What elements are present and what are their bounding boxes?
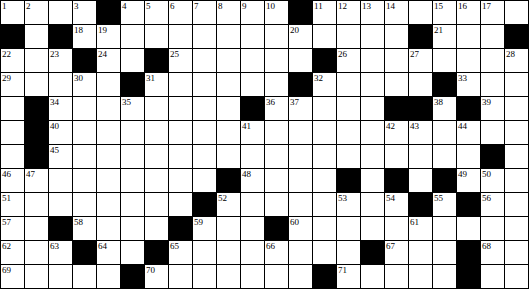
clue-number-13: 13 <box>362 1 371 11</box>
cell-r1c7[interactable]: 5 <box>145 1 169 25</box>
cell-r1c19[interactable]: 15 <box>433 1 457 25</box>
cell-r9c10[interactable]: 52 <box>217 193 241 217</box>
cell-r7c8[interactable] <box>169 145 193 169</box>
cell-r1c4[interactable]: 3 <box>73 1 97 25</box>
cell-r8c18[interactable] <box>409 169 433 193</box>
block-cell-r3c4 <box>73 49 97 73</box>
cell-r6c18[interactable]: 43 <box>409 121 433 145</box>
cell-r5c13[interactable]: 37 <box>289 97 313 121</box>
cell-r12c18[interactable] <box>409 265 433 289</box>
cell-r6c1[interactable] <box>1 121 25 145</box>
clue-number-46: 46 <box>2 169 11 179</box>
clue-number-54: 54 <box>386 193 395 203</box>
clue-number-21: 21 <box>434 25 443 35</box>
cell-r9c21[interactable]: 56 <box>481 193 505 217</box>
cell-r5c7[interactable] <box>145 97 169 121</box>
clue-number-26: 26 <box>338 49 347 59</box>
cell-r1c12[interactable]: 10 <box>265 1 289 25</box>
clue-number-25: 25 <box>170 49 179 59</box>
cell-r10c9[interactable]: 59 <box>193 217 217 241</box>
cell-r4c21[interactable] <box>481 73 505 97</box>
cell-r2c12[interactable] <box>265 25 289 49</box>
cell-r5c5[interactable] <box>97 97 121 121</box>
cell-r9c2[interactable] <box>25 193 49 217</box>
cell-r3c19[interactable] <box>433 49 457 73</box>
cell-r10c16[interactable] <box>361 217 385 241</box>
cell-r9c5[interactable] <box>97 193 121 217</box>
cell-r7c3[interactable]: 45 <box>49 145 73 169</box>
cell-r8c6[interactable] <box>121 169 145 193</box>
cell-r2c14[interactable] <box>313 25 337 49</box>
cell-r6c21[interactable] <box>481 121 505 145</box>
cell-r9c14[interactable] <box>313 193 337 217</box>
cell-r2c8[interactable] <box>169 25 193 49</box>
cell-r1c11[interactable]: 9 <box>241 1 265 25</box>
cell-r4c10[interactable] <box>217 73 241 97</box>
cell-r11c15[interactable] <box>337 241 361 265</box>
cell-r7c10[interactable] <box>217 145 241 169</box>
cell-r6c3[interactable]: 40 <box>49 121 73 145</box>
cell-r2c2[interactable] <box>25 25 49 49</box>
cell-r10c14[interactable] <box>313 217 337 241</box>
cell-r5c12[interactable]: 36 <box>265 97 289 121</box>
block-cell-r1c5 <box>97 1 121 25</box>
cell-r7c5[interactable] <box>97 145 121 169</box>
block-cell-r8c10 <box>217 169 241 193</box>
cell-r9c4[interactable] <box>73 193 97 217</box>
cell-r6c12[interactable] <box>265 121 289 145</box>
clue-number-6: 6 <box>170 1 175 11</box>
cell-r2c11[interactable] <box>241 25 265 49</box>
cell-r12c13[interactable] <box>289 265 313 289</box>
cell-r1c14[interactable]: 11 <box>313 1 337 25</box>
cell-r3c8[interactable]: 25 <box>169 49 193 73</box>
cell-r7c19[interactable] <box>433 145 457 169</box>
cell-r11c5[interactable]: 64 <box>97 241 121 265</box>
cell-r2c17[interactable] <box>385 25 409 49</box>
clue-number-52: 52 <box>218 193 227 203</box>
cell-r11c8[interactable]: 65 <box>169 241 193 265</box>
cell-r5c22[interactable] <box>505 97 529 121</box>
cell-r2c21[interactable] <box>481 25 505 49</box>
block-cell-r1c13 <box>289 1 313 25</box>
cell-r5c6[interactable]: 35 <box>121 97 145 121</box>
cell-r5c8[interactable] <box>169 97 193 121</box>
cell-r6c15[interactable] <box>337 121 361 145</box>
block-cell-r7c21 <box>481 145 505 169</box>
cell-r10c6[interactable] <box>121 217 145 241</box>
cell-r6c5[interactable] <box>97 121 121 145</box>
clue-number-20: 20 <box>290 25 299 35</box>
cell-r4c12[interactable] <box>265 73 289 97</box>
cell-r8c7[interactable] <box>145 169 169 193</box>
cell-r3c11[interactable] <box>241 49 265 73</box>
cell-r10c10[interactable] <box>217 217 241 241</box>
cell-r9c1[interactable]: 51 <box>1 193 25 217</box>
cell-r6c17[interactable]: 42 <box>385 121 409 145</box>
block-cell-r2c3 <box>49 25 73 49</box>
cell-r7c16[interactable] <box>361 145 385 169</box>
cell-r4c20[interactable]: 33 <box>457 73 481 97</box>
cell-r12c21[interactable] <box>481 265 505 289</box>
cell-r7c6[interactable] <box>121 145 145 169</box>
clue-number-10: 10 <box>266 1 275 11</box>
cell-r12c15[interactable]: 71 <box>337 265 361 289</box>
cell-r10c15[interactable] <box>337 217 361 241</box>
cell-r8c2[interactable]: 47 <box>25 169 49 193</box>
cell-r5c4[interactable] <box>73 97 97 121</box>
cell-r10c1[interactable]: 57 <box>1 217 25 241</box>
cell-r4c8[interactable] <box>169 73 193 97</box>
block-cell-r9c20 <box>457 193 481 217</box>
cell-r9c19[interactable]: 55 <box>433 193 457 217</box>
cell-r2c5[interactable]: 19 <box>97 25 121 49</box>
block-cell-r12c14 <box>313 265 337 289</box>
clue-number-16: 16 <box>458 1 467 11</box>
cell-r6c13[interactable] <box>289 121 313 145</box>
cell-r4c3[interactable] <box>49 73 73 97</box>
clue-number-2: 2 <box>26 1 31 11</box>
cell-r11c12[interactable]: 66 <box>265 241 289 265</box>
cell-r1c6[interactable]: 4 <box>121 1 145 25</box>
cell-r11c11[interactable] <box>241 241 265 265</box>
cell-r8c16[interactable] <box>361 169 385 193</box>
cell-r4c22[interactable] <box>505 73 529 97</box>
cell-r11c3[interactable]: 63 <box>49 241 73 265</box>
cell-r6c4[interactable] <box>73 121 97 145</box>
cell-r9c6[interactable] <box>121 193 145 217</box>
block-cell-r5c17 <box>385 97 409 121</box>
cell-r9c8[interactable] <box>169 193 193 217</box>
cell-r2c20[interactable] <box>457 25 481 49</box>
cell-r3c3[interactable]: 23 <box>49 49 73 73</box>
cell-r2c7[interactable] <box>145 25 169 49</box>
cell-r6c14[interactable] <box>313 121 337 145</box>
cell-r7c14[interactable] <box>313 145 337 169</box>
clue-number-7: 7 <box>194 1 199 11</box>
clue-number-48: 48 <box>242 169 251 179</box>
block-cell-r4c19 <box>433 73 457 97</box>
block-cell-r2c22 <box>505 25 529 49</box>
block-cell-r11c20 <box>457 241 481 265</box>
cell-r9c22[interactable] <box>505 193 529 217</box>
cell-r7c18[interactable] <box>409 145 433 169</box>
clue-number-31: 31 <box>146 73 155 83</box>
cell-r1c18[interactable] <box>409 1 433 25</box>
cell-r7c17[interactable] <box>385 145 409 169</box>
block-cell-r5c20 <box>457 97 481 121</box>
cell-r3c12[interactable] <box>265 49 289 73</box>
cell-r8c21[interactable]: 50 <box>481 169 505 193</box>
cell-r1c15[interactable]: 12 <box>337 1 361 25</box>
clue-number-47: 47 <box>26 169 35 179</box>
clue-number-30: 30 <box>74 73 83 83</box>
cell-r7c20[interactable] <box>457 145 481 169</box>
cell-r1c1[interactable]: 1 <box>1 1 25 25</box>
cell-r3c5[interactable]: 24 <box>97 49 121 73</box>
cell-r3c18[interactable]: 27 <box>409 49 433 73</box>
cell-r8c3[interactable] <box>49 169 73 193</box>
block-cell-r5c18 <box>409 97 433 121</box>
clue-number-8: 8 <box>218 1 223 11</box>
cell-r2c19[interactable]: 21 <box>433 25 457 49</box>
cell-r10c19[interactable] <box>433 217 457 241</box>
block-cell-r11c16 <box>361 241 385 265</box>
clue-number-40: 40 <box>50 121 59 131</box>
clue-number-37: 37 <box>290 97 299 107</box>
cell-r9c17[interactable]: 54 <box>385 193 409 217</box>
cell-r8c11[interactable]: 48 <box>241 169 265 193</box>
cell-r2c15[interactable] <box>337 25 361 49</box>
cell-r4c5[interactable] <box>97 73 121 97</box>
clue-number-68: 68 <box>482 241 491 251</box>
cell-r5c21[interactable]: 39 <box>481 97 505 121</box>
cell-r11c18[interactable] <box>409 241 433 265</box>
cell-r11c9[interactable] <box>193 241 217 265</box>
cell-r3c13[interactable] <box>289 49 313 73</box>
clue-number-33: 33 <box>458 73 467 83</box>
block-cell-r12c6 <box>121 265 145 289</box>
cell-r12c2[interactable] <box>25 265 49 289</box>
cell-r5c1[interactable] <box>1 97 25 121</box>
cell-r8c8[interactable] <box>169 169 193 193</box>
clue-number-22: 22 <box>2 49 11 59</box>
cell-r4c9[interactable] <box>193 73 217 97</box>
cell-r5c3[interactable]: 34 <box>49 97 73 121</box>
block-cell-r10c12 <box>265 217 289 241</box>
cell-r1c3[interactable] <box>49 1 73 25</box>
cell-r5c16[interactable] <box>361 97 385 121</box>
cell-r5c19[interactable]: 38 <box>433 97 457 121</box>
clue-number-42: 42 <box>386 121 395 131</box>
block-cell-r3c7 <box>145 49 169 73</box>
cell-r3c17[interactable] <box>385 49 409 73</box>
cell-r3c1[interactable]: 22 <box>1 49 25 73</box>
block-cell-r4c6 <box>121 73 145 97</box>
cell-r8c1[interactable]: 46 <box>1 169 25 193</box>
cell-r1c8[interactable]: 6 <box>169 1 193 25</box>
cell-r8c20[interactable]: 49 <box>457 169 481 193</box>
cell-r7c15[interactable] <box>337 145 361 169</box>
cell-r9c7[interactable] <box>145 193 169 217</box>
cell-r1c17[interactable]: 14 <box>385 1 409 25</box>
clue-number-59: 59 <box>194 217 203 227</box>
cell-r10c21[interactable] <box>481 217 505 241</box>
cell-r12c22[interactable] <box>505 265 529 289</box>
cell-r10c20[interactable] <box>457 217 481 241</box>
cell-r11c14[interactable] <box>313 241 337 265</box>
cell-r8c9[interactable] <box>193 169 217 193</box>
cell-r4c16[interactable] <box>361 73 385 97</box>
cell-r3c10[interactable] <box>217 49 241 73</box>
cell-r1c16[interactable]: 13 <box>361 1 385 25</box>
cell-r9c15[interactable]: 53 <box>337 193 361 217</box>
cell-r11c22[interactable] <box>505 241 529 265</box>
cell-r7c9[interactable] <box>193 145 217 169</box>
block-cell-r5c2 <box>25 97 49 121</box>
clue-number-34: 34 <box>50 97 59 107</box>
cell-r2c16[interactable] <box>361 25 385 49</box>
cell-r1c10[interactable]: 8 <box>217 1 241 25</box>
clue-number-57: 57 <box>2 217 11 227</box>
cell-r2c6[interactable] <box>121 25 145 49</box>
cell-r9c16[interactable] <box>361 193 385 217</box>
cell-r12c9[interactable] <box>193 265 217 289</box>
clue-number-24: 24 <box>98 49 107 59</box>
cell-r9c3[interactable] <box>49 193 73 217</box>
cell-r7c11[interactable] <box>241 145 265 169</box>
clue-number-28: 28 <box>506 49 515 59</box>
cell-r12c12[interactable] <box>265 265 289 289</box>
block-cell-r7c2 <box>25 145 49 169</box>
cell-r12c5[interactable] <box>97 265 121 289</box>
clue-number-56: 56 <box>482 193 491 203</box>
clue-number-44: 44 <box>458 121 467 131</box>
cell-r2c10[interactable] <box>217 25 241 49</box>
cell-r4c15[interactable] <box>337 73 361 97</box>
cell-r3c6[interactable] <box>121 49 145 73</box>
cell-r12c1[interactable]: 69 <box>1 265 25 289</box>
block-cell-r11c4 <box>73 241 97 265</box>
cell-r3c22[interactable]: 28 <box>505 49 529 73</box>
cell-r6c10[interactable] <box>217 121 241 145</box>
cell-r10c4[interactable]: 58 <box>73 217 97 241</box>
clue-number-5: 5 <box>146 1 151 11</box>
cell-r3c16[interactable] <box>361 49 385 73</box>
cell-r12c4[interactable] <box>73 265 97 289</box>
cell-r3c21[interactable] <box>481 49 505 73</box>
clue-number-11: 11 <box>314 1 323 11</box>
cell-r8c13[interactable] <box>289 169 313 193</box>
cell-r5c15[interactable] <box>337 97 361 121</box>
cell-r1c2[interactable]: 2 <box>25 1 49 25</box>
cell-r10c5[interactable] <box>97 217 121 241</box>
cell-r5c10[interactable] <box>217 97 241 121</box>
cell-r12c10[interactable] <box>217 265 241 289</box>
clue-number-53: 53 <box>338 193 347 203</box>
cell-r3c20[interactable] <box>457 49 481 73</box>
cell-r12c11[interactable] <box>241 265 265 289</box>
cell-r10c17[interactable] <box>385 217 409 241</box>
cell-r12c3[interactable] <box>49 265 73 289</box>
clue-number-3: 3 <box>74 1 79 11</box>
block-cell-r4c13 <box>289 73 313 97</box>
cell-r8c5[interactable] <box>97 169 121 193</box>
cell-r10c2[interactable] <box>25 217 49 241</box>
cell-r3c2[interactable] <box>25 49 49 73</box>
clue-number-43: 43 <box>410 121 419 131</box>
clue-number-41: 41 <box>242 121 251 131</box>
cell-r5c9[interactable] <box>193 97 217 121</box>
cell-r12c19[interactable] <box>433 265 457 289</box>
clue-number-12: 12 <box>338 1 347 11</box>
cell-r4c17[interactable] <box>385 73 409 97</box>
clue-number-66: 66 <box>266 241 275 251</box>
cell-r8c12[interactable] <box>265 169 289 193</box>
cell-r1c20[interactable]: 16 <box>457 1 481 25</box>
cell-r4c2[interactable] <box>25 73 49 97</box>
cell-r4c11[interactable] <box>241 73 265 97</box>
cell-r7c4[interactable] <box>73 145 97 169</box>
cell-r7c22[interactable] <box>505 145 529 169</box>
cell-r9c13[interactable] <box>289 193 313 217</box>
cell-r2c13[interactable]: 20 <box>289 25 313 49</box>
cell-r9c11[interactable] <box>241 193 265 217</box>
cell-r4c18[interactable] <box>409 73 433 97</box>
block-cell-r2c1 <box>1 25 25 49</box>
cell-r1c22[interactable] <box>505 1 529 25</box>
cell-r6c6[interactable] <box>121 121 145 145</box>
cell-r10c7[interactable] <box>145 217 169 241</box>
cell-r1c9[interactable]: 7 <box>193 1 217 25</box>
cell-r12c16[interactable] <box>361 265 385 289</box>
cell-r11c6[interactable] <box>121 241 145 265</box>
cell-r7c13[interactable] <box>289 145 313 169</box>
cell-r6c7[interactable] <box>145 121 169 145</box>
cell-r6c11[interactable]: 41 <box>241 121 265 145</box>
cell-r12c7[interactable]: 70 <box>145 265 169 289</box>
clue-number-71: 71 <box>338 265 347 275</box>
block-cell-r3c14 <box>313 49 337 73</box>
cell-r4c4[interactable]: 30 <box>73 73 97 97</box>
cell-r6c22[interactable] <box>505 121 529 145</box>
cell-r6c8[interactable] <box>169 121 193 145</box>
cell-r7c7[interactable] <box>145 145 169 169</box>
cell-r9c12[interactable] <box>265 193 289 217</box>
cell-r11c17[interactable]: 67 <box>385 241 409 265</box>
cell-r10c18[interactable]: 61 <box>409 217 433 241</box>
cell-r12c8[interactable] <box>169 265 193 289</box>
cell-r4c14[interactable]: 32 <box>313 73 337 97</box>
cell-r11c21[interactable]: 68 <box>481 241 505 265</box>
cell-r6c20[interactable]: 44 <box>457 121 481 145</box>
cell-r2c9[interactable] <box>193 25 217 49</box>
block-cell-r12c20: 72 <box>457 265 481 289</box>
cell-r11c10[interactable] <box>217 241 241 265</box>
cell-r2c4[interactable]: 18 <box>73 25 97 49</box>
cell-r7c12[interactable] <box>265 145 289 169</box>
cell-r8c14[interactable] <box>313 169 337 193</box>
block-cell-r8c17 <box>385 169 409 193</box>
clue-number-9: 9 <box>242 1 247 11</box>
cell-r4c1[interactable]: 29 <box>1 73 25 97</box>
cell-r11c2[interactable] <box>25 241 49 265</box>
cell-r8c4[interactable] <box>73 169 97 193</box>
cell-r10c11[interactable] <box>241 217 265 241</box>
cell-r10c13[interactable]: 60 <box>289 217 313 241</box>
cell-r6c16[interactable] <box>361 121 385 145</box>
clue-number-72: 72 <box>458 265 467 275</box>
cell-r12c17[interactable] <box>385 265 409 289</box>
cell-r11c13[interactable] <box>289 241 313 265</box>
cell-r3c15[interactable]: 26 <box>337 49 361 73</box>
cell-r3c9[interactable] <box>193 49 217 73</box>
cell-r5c14[interactable] <box>313 97 337 121</box>
cell-r7c1[interactable] <box>1 145 25 169</box>
clue-number-69: 69 <box>2 265 11 275</box>
cell-r11c19[interactable] <box>433 241 457 265</box>
clue-number-60: 60 <box>290 217 299 227</box>
cell-r6c9[interactable] <box>193 121 217 145</box>
cell-r8c22[interactable] <box>505 169 529 193</box>
cell-r6c19[interactable] <box>433 121 457 145</box>
cell-r11c1[interactable]: 62 <box>1 241 25 265</box>
cell-r10c22[interactable] <box>505 217 529 241</box>
clue-number-70: 70 <box>146 265 155 275</box>
cell-r1c21[interactable]: 17 <box>481 1 505 25</box>
cell-r4c7[interactable]: 31 <box>145 73 169 97</box>
clue-number-58: 58 <box>74 217 83 227</box>
